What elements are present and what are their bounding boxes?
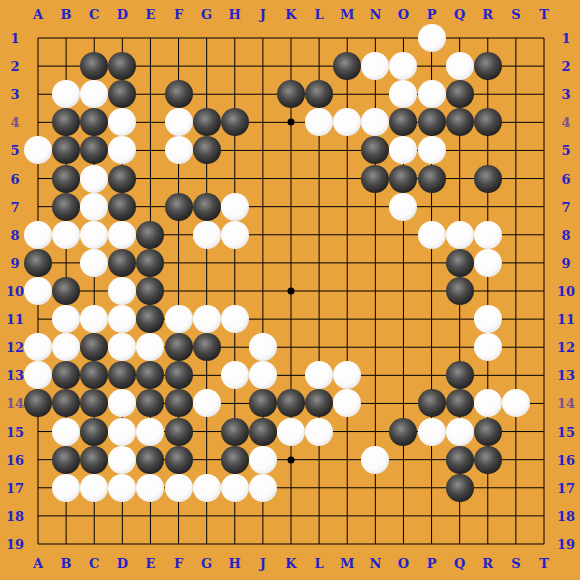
white-stone-P1[interactable] [418,24,446,52]
black-stone-F15[interactable] [165,418,193,446]
black-stone-J15[interactable] [249,418,277,446]
column-label-top-P: P [427,8,437,21]
column-label-top-Q: Q [454,8,465,21]
star-point-K10 [288,288,295,295]
row-label-right-3: 3 [561,88,570,101]
white-stone-J17[interactable] [249,474,277,502]
black-stone-F14[interactable] [165,389,193,417]
white-stone-Q15[interactable] [446,418,474,446]
row-label-left-19: 19 [6,538,24,551]
black-stone-C2[interactable] [80,52,108,80]
column-label-top-E: E [145,8,155,21]
row-label-left-4: 4 [10,116,19,129]
row-label-right-15: 15 [557,425,575,438]
white-stone-D11[interactable] [108,305,136,333]
column-label-top-F: F [174,8,183,21]
black-stone-D13[interactable] [108,361,136,389]
black-stone-D6[interactable] [108,165,136,193]
black-stone-E9[interactable] [136,249,164,277]
row-label-left-16: 16 [6,453,24,466]
row-label-right-6: 6 [561,172,570,185]
row-label-left-10: 10 [6,285,24,298]
row-label-left-2: 2 [10,60,19,73]
white-stone-E17[interactable] [136,474,164,502]
column-label-bottom-D: D [117,557,128,570]
black-stone-K3[interactable] [277,80,305,108]
white-stone-C8[interactable] [80,221,108,249]
white-stone-R9[interactable] [474,249,502,277]
white-stone-R12[interactable] [474,333,502,361]
black-stone-F7[interactable] [165,193,193,221]
white-stone-A10[interactable] [24,277,52,305]
black-stone-Q4[interactable] [446,108,474,136]
white-stone-E12[interactable] [136,333,164,361]
white-stone-A5[interactable] [24,136,52,164]
column-label-bottom-T: T [539,557,549,570]
white-stone-C17[interactable] [80,474,108,502]
row-label-right-5: 5 [561,144,570,157]
black-stone-O15[interactable] [389,418,417,446]
black-stone-Q10[interactable] [446,277,474,305]
column-label-bottom-K: K [285,557,296,570]
black-stone-B10[interactable] [52,277,80,305]
row-label-right-14: 14 [557,397,575,410]
column-label-bottom-C: C [89,557,99,570]
black-stone-G12[interactable] [193,333,221,361]
row-label-left-3: 3 [10,88,19,101]
column-label-bottom-A: A [33,557,43,570]
column-label-top-M: M [340,8,354,21]
row-label-left-1: 1 [10,32,19,45]
black-stone-J14[interactable] [249,389,277,417]
black-stone-G7[interactable] [193,193,221,221]
white-stone-G8[interactable] [193,221,221,249]
white-stone-O5[interactable] [389,136,417,164]
white-stone-B3[interactable] [52,80,80,108]
row-label-right-2: 2 [561,60,570,73]
white-stone-D8[interactable] [108,221,136,249]
row-label-left-18: 18 [6,509,24,522]
black-stone-N6[interactable] [361,165,389,193]
black-stone-B7[interactable] [52,193,80,221]
black-stone-Q14[interactable] [446,389,474,417]
column-label-bottom-N: N [369,557,381,570]
white-stone-K15[interactable] [277,418,305,446]
black-stone-F13[interactable] [165,361,193,389]
black-stone-D2[interactable] [108,52,136,80]
column-label-top-H: H [229,8,241,21]
black-stone-C15[interactable] [80,418,108,446]
black-stone-E8[interactable] [136,221,164,249]
white-stone-H7[interactable] [221,193,249,221]
column-label-top-R: R [482,8,493,21]
column-label-top-D: D [117,8,128,21]
row-label-right-9: 9 [561,256,570,269]
black-stone-E13[interactable] [136,361,164,389]
column-label-top-K: K [285,8,296,21]
black-stone-H16[interactable] [221,446,249,474]
row-label-right-13: 13 [557,369,575,382]
black-stone-F16[interactable] [165,446,193,474]
white-stone-P3[interactable] [418,80,446,108]
white-stone-O2[interactable] [389,52,417,80]
white-stone-D12[interactable] [108,333,136,361]
black-stone-A9[interactable] [24,249,52,277]
row-label-right-10: 10 [557,285,575,298]
white-stone-H17[interactable] [221,474,249,502]
black-stone-E14[interactable] [136,389,164,417]
column-label-bottom-S: S [511,557,520,570]
white-stone-E15[interactable] [136,418,164,446]
black-stone-C5[interactable] [80,136,108,164]
black-stone-N5[interactable] [361,136,389,164]
white-stone-N2[interactable] [361,52,389,80]
row-label-left-12: 12 [6,341,24,354]
row-label-left-14: 14 [6,397,24,410]
black-stone-Q17[interactable] [446,474,474,502]
row-label-right-11: 11 [557,313,575,326]
white-stone-L15[interactable] [305,418,333,446]
black-stone-C4[interactable] [80,108,108,136]
black-stone-C14[interactable] [80,389,108,417]
black-stone-E16[interactable] [136,446,164,474]
white-stone-M4[interactable] [333,108,361,136]
column-label-bottom-E: E [145,557,155,570]
star-point-K16 [288,456,295,463]
black-stone-R6[interactable] [474,165,502,193]
white-stone-N4[interactable] [361,108,389,136]
white-stone-B12[interactable] [52,333,80,361]
black-stone-G4[interactable] [193,108,221,136]
white-stone-S14[interactable] [502,389,530,417]
white-stone-F17[interactable] [165,474,193,502]
white-stone-P5[interactable] [418,136,446,164]
row-label-right-1: 1 [561,32,570,45]
white-stone-R11[interactable] [474,305,502,333]
column-label-top-G: G [201,8,212,21]
column-label-top-C: C [89,8,99,21]
white-stone-J13[interactable] [249,361,277,389]
black-stone-B4[interactable] [52,108,80,136]
column-label-top-T: T [539,8,549,21]
black-stone-E11[interactable] [136,305,164,333]
white-stone-D10[interactable] [108,277,136,305]
white-stone-O3[interactable] [389,80,417,108]
black-stone-Q3[interactable] [446,80,474,108]
column-label-bottom-Q: Q [454,557,465,570]
black-stone-B5[interactable] [52,136,80,164]
row-label-right-16: 16 [557,453,575,466]
white-stone-D17[interactable] [108,474,136,502]
star-point-K4 [288,119,295,126]
column-label-top-A: A [33,8,43,21]
row-label-right-18: 18 [557,509,575,522]
black-stone-K14[interactable] [277,389,305,417]
white-stone-A13[interactable] [24,361,52,389]
row-label-left-9: 9 [10,256,19,269]
row-label-left-15: 15 [6,425,24,438]
column-label-bottom-L: L [315,557,324,570]
black-stone-O6[interactable] [389,165,417,193]
white-stone-B8[interactable] [52,221,80,249]
white-stone-B15[interactable] [52,418,80,446]
black-stone-B13[interactable] [52,361,80,389]
black-stone-H15[interactable] [221,418,249,446]
black-stone-F12[interactable] [165,333,193,361]
row-label-left-7: 7 [10,200,19,213]
white-stone-L4[interactable] [305,108,333,136]
black-stone-A14[interactable] [24,389,52,417]
black-stone-G5[interactable] [193,136,221,164]
white-stone-O7[interactable] [389,193,417,221]
white-stone-B17[interactable] [52,474,80,502]
white-stone-Q8[interactable] [446,221,474,249]
white-stone-R14[interactable] [474,389,502,417]
row-label-left-5: 5 [10,144,19,157]
black-stone-D7[interactable] [108,193,136,221]
row-label-left-11: 11 [6,313,24,326]
black-stone-P6[interactable] [418,165,446,193]
column-label-bottom-H: H [229,557,241,570]
white-stone-M13[interactable] [333,361,361,389]
black-stone-E10[interactable] [136,277,164,305]
black-stone-L14[interactable] [305,389,333,417]
row-label-left-6: 6 [10,172,19,185]
column-label-bottom-B: B [61,557,72,570]
black-stone-P14[interactable] [418,389,446,417]
white-stone-P8[interactable] [418,221,446,249]
row-label-right-19: 19 [557,538,575,551]
column-label-bottom-M: M [340,557,354,570]
row-label-right-8: 8 [561,228,570,241]
black-stone-F3[interactable] [165,80,193,108]
column-label-bottom-J: J [260,557,266,570]
black-stone-C12[interactable] [80,333,108,361]
white-stone-G14[interactable] [193,389,221,417]
white-stone-G11[interactable] [193,305,221,333]
row-label-left-13: 13 [6,369,24,382]
black-stone-P4[interactable] [418,108,446,136]
black-stone-R2[interactable] [474,52,502,80]
white-stone-C9[interactable] [80,249,108,277]
white-stone-Q2[interactable] [446,52,474,80]
row-label-left-17: 17 [6,481,24,494]
row-label-right-7: 7 [561,200,570,213]
column-label-top-J: J [260,8,266,21]
white-stone-R8[interactable] [474,221,502,249]
white-stone-N16[interactable] [361,446,389,474]
row-label-right-4: 4 [561,116,570,129]
white-stone-D15[interactable] [108,418,136,446]
white-stone-F5[interactable] [165,136,193,164]
white-stone-J12[interactable] [249,333,277,361]
black-stone-H4[interactable] [221,108,249,136]
black-stone-Q16[interactable] [446,446,474,474]
white-stone-F4[interactable] [165,108,193,136]
go-board-screenshot: AABBCCDDEEFFGGHHJJKKLLMMNNOOPPQQRRSSTT11… [0,0,580,580]
row-label-left-8: 8 [10,228,19,241]
black-stone-B16[interactable] [52,446,80,474]
column-label-bottom-O: O [398,557,409,570]
white-stone-B11[interactable] [52,305,80,333]
white-stone-C3[interactable] [80,80,108,108]
black-stone-R15[interactable] [474,418,502,446]
white-stone-A8[interactable] [24,221,52,249]
white-stone-H11[interactable] [221,305,249,333]
row-label-right-12: 12 [557,341,575,354]
column-label-bottom-R: R [482,557,493,570]
row-label-right-17: 17 [557,481,575,494]
white-stone-H13[interactable] [221,361,249,389]
black-stone-D3[interactable] [108,80,136,108]
white-stone-L13[interactable] [305,361,333,389]
column-label-top-L: L [315,8,324,21]
column-label-bottom-F: F [174,557,183,570]
black-stone-Q13[interactable] [446,361,474,389]
black-stone-C13[interactable] [80,361,108,389]
black-stone-D9[interactable] [108,249,136,277]
column-label-top-S: S [511,8,520,21]
black-stone-R16[interactable] [474,446,502,474]
column-label-bottom-P: P [427,557,437,570]
black-stone-B14[interactable] [52,389,80,417]
white-stone-G17[interactable] [193,474,221,502]
black-stone-O4[interactable] [389,108,417,136]
white-stone-F11[interactable] [165,305,193,333]
black-stone-C16[interactable] [80,446,108,474]
white-stone-D14[interactable] [108,389,136,417]
black-stone-Q9[interactable] [446,249,474,277]
column-label-top-B: B [61,8,72,21]
white-stone-H8[interactable] [221,221,249,249]
white-stone-J16[interactable] [249,446,277,474]
white-stone-D5[interactable] [108,136,136,164]
black-stone-R4[interactable] [474,108,502,136]
white-stone-A12[interactable] [24,333,52,361]
white-stone-P15[interactable] [418,418,446,446]
black-stone-L3[interactable] [305,80,333,108]
white-stone-C7[interactable] [80,193,108,221]
black-stone-B6[interactable] [52,165,80,193]
column-label-top-O: O [398,8,409,21]
column-label-top-N: N [369,8,381,21]
white-stone-D16[interactable] [108,446,136,474]
black-stone-M2[interactable] [333,52,361,80]
white-stone-C11[interactable] [80,305,108,333]
white-stone-M14[interactable] [333,389,361,417]
column-label-bottom-G: G [201,557,212,570]
white-stone-C6[interactable] [80,165,108,193]
white-stone-D4[interactable] [108,108,136,136]
